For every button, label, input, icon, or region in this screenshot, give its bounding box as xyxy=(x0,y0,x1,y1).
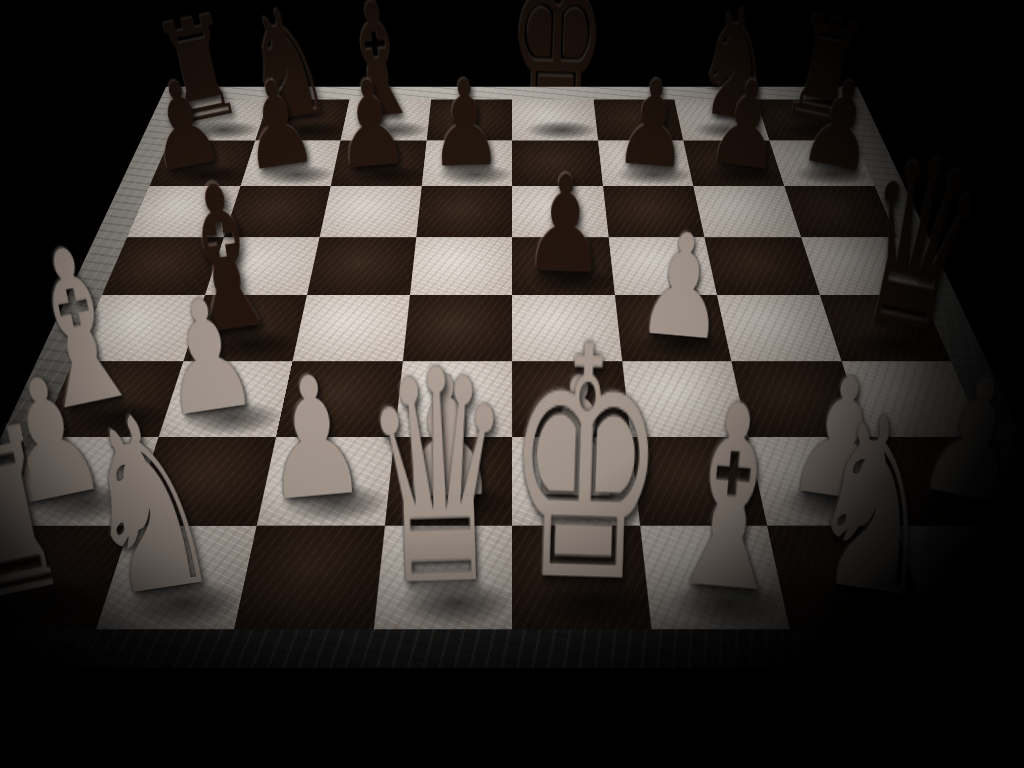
square-c1[interactable] xyxy=(234,525,384,629)
square-c7[interactable]: ♟ xyxy=(331,140,427,186)
square-d1[interactable]: ♛ xyxy=(373,525,512,629)
square-d7[interactable]: ♟ xyxy=(421,140,512,186)
square-d5[interactable] xyxy=(410,237,513,295)
board-plane: ♜♞♝♚♞♜♟♟♟♟♟♟♟♟♝♟♛♝♟♟♟♟♟♟♟♜♞♛♚♝♞♜ xyxy=(0,99,1024,629)
square-h7[interactable]: ♟ xyxy=(769,140,875,186)
square-g7[interactable]: ♟ xyxy=(683,140,784,186)
piece-black-pawn[interactable]: ♟ xyxy=(330,64,413,188)
piece-white-bishop[interactable]: ♝ xyxy=(653,367,808,630)
piece-black-pawn[interactable]: ♟ xyxy=(611,64,694,188)
piece-white-queen[interactable]: ♛ xyxy=(359,330,518,627)
piece-black-pawn[interactable]: ♟ xyxy=(522,158,608,293)
piece-white-king[interactable]: ♚ xyxy=(501,302,670,627)
square-e1[interactable]: ♚ xyxy=(512,525,651,629)
square-c6[interactable] xyxy=(320,186,422,237)
chess-board: ♜♞♝♚♞♜♟♟♟♟♟♟♟♟♝♟♛♝♟♟♟♟♟♟♟♜♞♛♚♝♞♜ xyxy=(0,99,1024,629)
square-b1[interactable]: ♞ xyxy=(95,525,257,629)
scene: ♜♞♝♚♞♜♟♟♟♟♟♟♟♟♝♟♛♝♟♟♟♟♟♟♟♜♞♛♚♝♞♜ xyxy=(0,0,1024,768)
square-c5[interactable] xyxy=(307,237,416,295)
square-f1[interactable]: ♝ xyxy=(640,525,790,629)
piece-black-king[interactable]: ♚ xyxy=(505,0,610,140)
square-d6[interactable] xyxy=(416,186,512,237)
piece-black-pawn[interactable]: ♟ xyxy=(427,65,503,185)
square-f7[interactable]: ♟ xyxy=(598,140,694,186)
square-e8[interactable]: ♚ xyxy=(512,99,598,140)
piece-white-pawn[interactable]: ♟ xyxy=(256,352,373,526)
